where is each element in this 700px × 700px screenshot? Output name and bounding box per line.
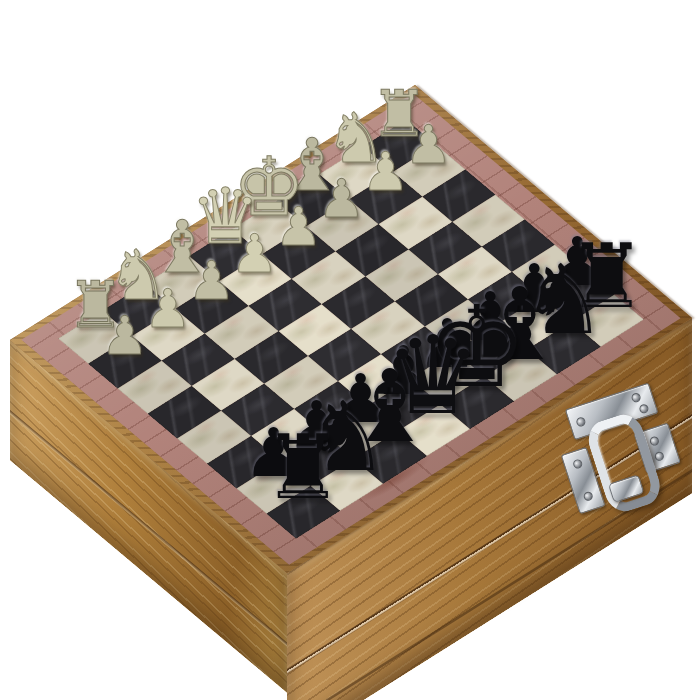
screw-icon xyxy=(638,403,649,414)
white-pawn[interactable]: ♟ xyxy=(275,200,323,253)
white-pawn[interactable]: ♟ xyxy=(188,255,236,308)
white-pawn[interactable]: ♟ xyxy=(101,309,149,362)
screw-icon xyxy=(575,416,586,427)
white-pawn[interactable]: ♟ xyxy=(144,282,192,335)
screw-icon xyxy=(654,451,665,462)
chess-set-scene: ♜♞♝♛♚♝♞♜♟♟♟♟♟♟♟♟♟♟♟♟♟♟♟♟♜♞♝♛♚♝♞♜ xyxy=(0,0,700,700)
screw-icon xyxy=(572,458,583,469)
screw-icon xyxy=(630,392,641,403)
white-pawn[interactable]: ♟ xyxy=(318,172,366,225)
white-pawn[interactable]: ♟ xyxy=(405,118,453,171)
screw-icon xyxy=(649,435,660,446)
black-rook[interactable]: ♜ xyxy=(263,423,343,512)
screw-icon xyxy=(583,491,594,502)
white-pawn[interactable]: ♟ xyxy=(362,145,410,198)
white-pawn[interactable]: ♟ xyxy=(231,227,279,280)
